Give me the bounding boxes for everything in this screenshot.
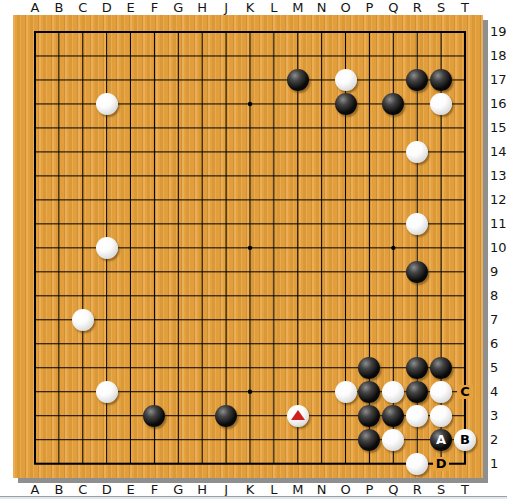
star-point [248, 102, 252, 106]
coordinate-number: 8 [490, 288, 507, 304]
black-stone-F3 [143, 405, 165, 427]
coordinate-letter: H [197, 482, 207, 497]
point-label-D[interactable]: D [433, 457, 449, 471]
coordinate-letter: Q [388, 0, 398, 15]
coordinate-letter: J [224, 482, 228, 497]
coordinate-letter: T [461, 0, 469, 15]
coordinate-letter: S [437, 482, 445, 497]
black-stone-R9 [406, 261, 428, 283]
black-stone-S17 [430, 69, 452, 91]
coordinate-letter: C [78, 482, 87, 497]
coordinate-number: 11 [490, 216, 507, 232]
coordinate-number: 17 [490, 72, 507, 88]
coordinate-letter: L [270, 0, 277, 15]
coordinate-number: 3 [490, 408, 507, 424]
coordinate-number: 6 [490, 336, 507, 352]
coordinate-letter: O [340, 0, 350, 15]
coordinate-number: 2 [490, 432, 507, 448]
coordinate-letter: N [317, 482, 327, 497]
triangle-marker [291, 410, 305, 420]
white-stone-C7 [72, 309, 94, 331]
black-stone-R5 [406, 357, 428, 379]
black-stone-P2 [358, 429, 380, 451]
white-stone-M3 [287, 405, 309, 427]
coordinate-number: 7 [490, 312, 507, 328]
coordinate-letter: G [173, 482, 183, 497]
coordinate-number: 14 [490, 144, 507, 160]
coordinate-letter: D [102, 0, 112, 15]
coordinate-letter: F [151, 0, 158, 15]
coordinate-number: 13 [490, 168, 507, 184]
coordinate-letter: T [461, 482, 469, 497]
coordinate-number: 4 [490, 384, 507, 400]
white-stone-T2: B [454, 429, 476, 451]
coordinate-letter: P [366, 482, 374, 497]
star-point [248, 390, 252, 394]
coordinate-number: 10 [490, 240, 507, 256]
coordinate-letter: M [292, 482, 303, 497]
coordinate-number: 12 [490, 192, 507, 208]
coordinate-number: 1 [490, 456, 507, 472]
go-diagram: ABCDEFGHJKLMNOPQRST ABCDEFGHJKLMNOPQRST … [0, 0, 507, 500]
white-stone-D4 [96, 381, 118, 403]
coordinate-letter: B [54, 482, 63, 497]
stone-label-B: B [460, 433, 470, 446]
black-stone-Q3 [382, 405, 404, 427]
coordinate-number: 18 [490, 48, 507, 64]
star-point [391, 246, 395, 250]
white-stone-R11 [406, 213, 428, 235]
white-stone-R3 [406, 405, 428, 427]
coordinate-letter: H [197, 0, 207, 15]
coordinate-letter: N [317, 0, 327, 15]
black-stone-S5 [430, 357, 452, 379]
white-stone-R1 [406, 453, 428, 475]
white-stone-O17 [335, 69, 357, 91]
coordinate-letter: A [31, 0, 40, 15]
white-stone-Q4 [382, 381, 404, 403]
coordinate-letter: A [31, 482, 40, 497]
coordinate-letter: L [270, 482, 277, 497]
coordinate-letter: C [78, 0, 87, 15]
coordinate-number: 19 [490, 24, 507, 40]
coordinate-letter: M [292, 0, 303, 15]
coordinate-letter: S [437, 0, 445, 15]
coordinate-letter: P [366, 0, 374, 15]
white-stone-R14 [406, 141, 428, 163]
coordinate-number: 15 [490, 120, 507, 136]
black-stone-P3 [358, 405, 380, 427]
black-stone-R4 [406, 381, 428, 403]
coordinate-letter: Q [388, 482, 398, 497]
goban[interactable]: ABCD [13, 15, 483, 478]
coordinate-letter: B [54, 0, 63, 15]
black-stone-R17 [406, 69, 428, 91]
star-point [248, 246, 252, 250]
coordinate-letter: D [102, 482, 112, 497]
black-stone-P4 [358, 381, 380, 403]
white-stone-O4 [335, 381, 357, 403]
coordinate-letter: F [151, 482, 158, 497]
coordinate-letter: R [413, 482, 422, 497]
coordinate-letter: E [126, 0, 134, 15]
white-stone-D10 [96, 237, 118, 259]
black-stone-J3 [215, 405, 237, 427]
white-stone-S4 [430, 381, 452, 403]
coordinate-letter: G [173, 0, 183, 15]
white-stone-S16 [430, 93, 452, 115]
coordinate-number: 5 [490, 360, 507, 376]
white-stone-D16 [96, 93, 118, 115]
coordinate-letter: K [246, 0, 255, 15]
stone-label-A: A [436, 433, 446, 446]
white-stone-S3 [430, 405, 452, 427]
coordinate-letter: O [340, 482, 350, 497]
white-stone-Q2 [382, 429, 404, 451]
coordinate-number: 16 [490, 96, 507, 112]
black-stone-S2: A [430, 429, 452, 451]
point-label-C[interactable]: C [457, 385, 473, 399]
coordinate-letter: K [246, 482, 255, 497]
coordinate-letter: J [224, 0, 228, 15]
coordinate-number: 9 [490, 264, 507, 280]
black-stone-M17 [287, 69, 309, 91]
window-separator [0, 496, 507, 499]
black-stone-O16 [335, 93, 357, 115]
coordinate-letter: R [413, 0, 422, 15]
coordinate-letter: E [126, 482, 134, 497]
